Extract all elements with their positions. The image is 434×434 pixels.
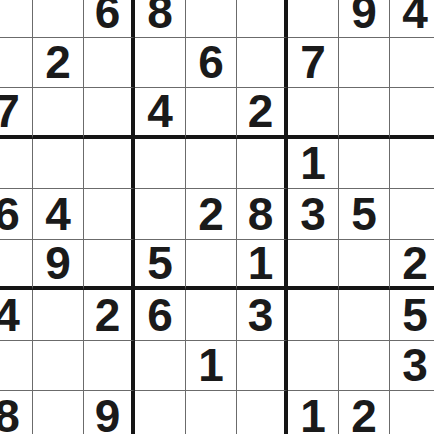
cell-r1c4[interactable]: 8 [135, 0, 186, 38]
cell-r2c7[interactable]: 7 [288, 38, 339, 89]
cell-r6c4[interactable]: 5 [135, 240, 186, 291]
cell-r6c5[interactable] [186, 240, 237, 291]
cell-r7c8[interactable] [339, 290, 390, 341]
cell-r9c7[interactable]: 1 [288, 391, 339, 434]
cell-r2c5[interactable]: 6 [186, 38, 237, 89]
cell-r5c6[interactable]: 8 [237, 189, 288, 240]
cell-r7c7[interactable] [288, 290, 339, 341]
cell-r1c6[interactable] [237, 0, 288, 38]
cell-r6c1[interactable] [0, 240, 33, 291]
cell-r5c8[interactable]: 5 [339, 189, 390, 240]
cell-r9c5[interactable] [186, 391, 237, 434]
cell-r3c5[interactable] [186, 88, 237, 139]
cell-r8c6[interactable] [237, 341, 288, 392]
cell-r7c9[interactable]: 5 [390, 290, 434, 341]
cell-r4c7[interactable]: 1 [288, 139, 339, 190]
cell-r1c2[interactable] [33, 0, 84, 38]
cell-r6c3[interactable] [84, 240, 135, 291]
cell-r2c1[interactable] [0, 38, 33, 89]
cell-r3c1[interactable]: 7 [0, 88, 33, 139]
cell-r4c9[interactable] [390, 139, 434, 190]
cell-r6c6[interactable]: 1 [237, 240, 288, 291]
cell-r2c9[interactable] [390, 38, 434, 89]
cell-r1c3[interactable]: 6 [84, 0, 135, 38]
cell-r9c8[interactable]: 2 [339, 391, 390, 434]
cell-r2c8[interactable] [339, 38, 390, 89]
cell-r3c4[interactable]: 4 [135, 88, 186, 139]
cell-r8c5[interactable]: 1 [186, 341, 237, 392]
cell-r7c5[interactable] [186, 290, 237, 341]
cell-r1c1[interactable] [0, 0, 33, 38]
cell-r9c6[interactable] [237, 391, 288, 434]
cell-r7c1[interactable]: 4 [0, 290, 33, 341]
cell-r4c4[interactable] [135, 139, 186, 190]
cell-r3c7[interactable] [288, 88, 339, 139]
cell-r9c4[interactable] [135, 391, 186, 434]
cell-r9c1[interactable]: 8 [0, 391, 33, 434]
cell-r3c2[interactable] [33, 88, 84, 139]
cell-r3c9[interactable] [390, 88, 434, 139]
cell-r5c4[interactable] [135, 189, 186, 240]
cell-r6c8[interactable] [339, 240, 390, 291]
cell-r8c3[interactable] [84, 341, 135, 392]
cell-r4c8[interactable] [339, 139, 390, 190]
cell-r5c1[interactable]: 6 [0, 189, 33, 240]
cell-r6c9[interactable]: 2 [390, 240, 434, 291]
cell-r2c2[interactable]: 2 [33, 38, 84, 89]
cell-r3c3[interactable] [84, 88, 135, 139]
cell-r9c2[interactable] [33, 391, 84, 434]
cell-r8c7[interactable] [288, 341, 339, 392]
cell-r4c1[interactable] [0, 139, 33, 190]
cell-r8c1[interactable] [0, 341, 33, 392]
cell-r1c5[interactable] [186, 0, 237, 38]
cell-r8c4[interactable] [135, 341, 186, 392]
cell-r4c6[interactable] [237, 139, 288, 190]
cell-r2c4[interactable] [135, 38, 186, 89]
cell-r7c3[interactable]: 2 [84, 290, 135, 341]
cell-r1c9[interactable]: 4 [390, 0, 434, 38]
cell-r3c8[interactable] [339, 88, 390, 139]
cell-r2c6[interactable] [237, 38, 288, 89]
cell-r7c6[interactable]: 3 [237, 290, 288, 341]
cell-r3c6[interactable]: 2 [237, 88, 288, 139]
cell-r4c3[interactable] [84, 139, 135, 190]
cell-r8c2[interactable] [33, 341, 84, 392]
cell-r9c9[interactable] [390, 391, 434, 434]
cell-r5c5[interactable]: 2 [186, 189, 237, 240]
cell-r5c7[interactable]: 3 [288, 189, 339, 240]
cell-r4c5[interactable] [186, 139, 237, 190]
cell-r7c4[interactable]: 6 [135, 290, 186, 341]
cell-r4c2[interactable] [33, 139, 84, 190]
cell-r9c3[interactable]: 9 [84, 391, 135, 434]
cell-r6c7[interactable] [288, 240, 339, 291]
cell-r5c9[interactable] [390, 189, 434, 240]
cell-r1c7[interactable] [288, 0, 339, 38]
cell-r8c8[interactable] [339, 341, 390, 392]
cell-r6c2[interactable]: 9 [33, 240, 84, 291]
sudoku-grid: 68942677421642835951242635138912 [0, 0, 434, 434]
cell-r2c3[interactable] [84, 38, 135, 89]
cell-r5c3[interactable] [84, 189, 135, 240]
cell-r1c8[interactable]: 9 [339, 0, 390, 38]
sudoku-board: 68942677421642835951242635138912 [0, 0, 434, 434]
cell-r8c9[interactable]: 3 [390, 341, 434, 392]
cell-r7c2[interactable] [33, 290, 84, 341]
cell-r5c2[interactable]: 4 [33, 189, 84, 240]
